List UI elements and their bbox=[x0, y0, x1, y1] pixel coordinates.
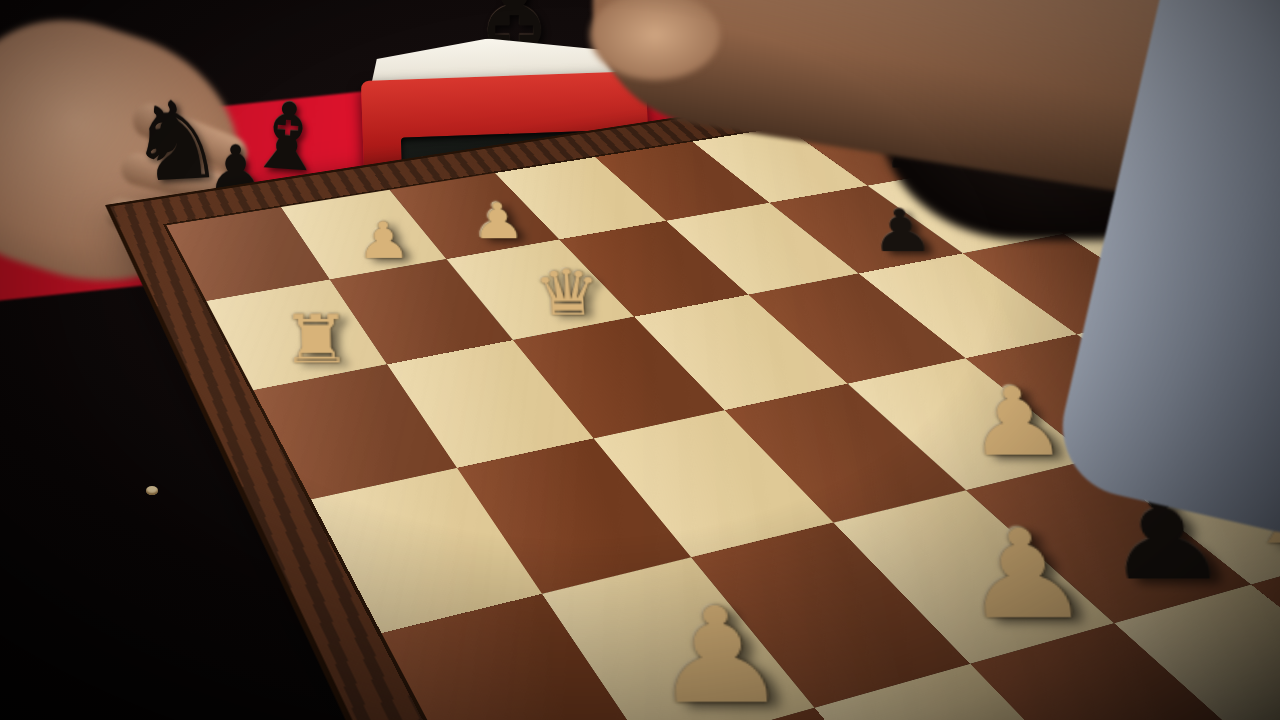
photo-scene: ♞ ♟ ♝ ♝ ♞ 2.06 1.33 DGT ♟♟♟♜♛♟♜♟♛♝♟♟♟♝♟♜… bbox=[0, 0, 1280, 720]
white-pawn-d5: ♟ bbox=[960, 375, 1071, 469]
white-pawn-a3: ♟ bbox=[470, 197, 526, 246]
white-rook-b1: ♜ bbox=[280, 307, 353, 373]
black-pawn-b6: ♟ bbox=[867, 202, 936, 260]
white-pawn-e4: ♟ bbox=[953, 513, 1094, 636]
white-queen-b3: ♛ bbox=[531, 262, 602, 325]
white-pawn-a2: ♟ bbox=[356, 216, 412, 266]
white-pawn-e2: ♟ bbox=[646, 590, 792, 720]
frame-dowel-hole bbox=[146, 486, 158, 495]
square-a1 bbox=[166, 207, 328, 300]
